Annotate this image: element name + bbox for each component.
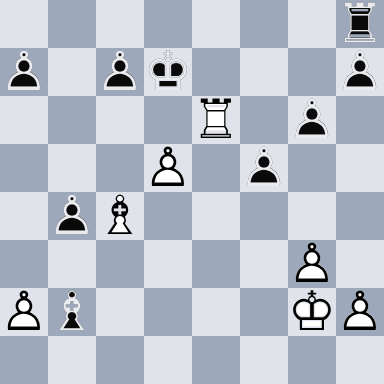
black-pawn-on-c7[interactable]: ♟♙ [96, 48, 144, 96]
square-a6[interactable] [0, 96, 48, 144]
black-bishop-on-b2[interactable]: ♝♗ [48, 288, 96, 336]
square-e5[interactable] [192, 144, 240, 192]
square-e1[interactable] [192, 336, 240, 384]
black-pawn-outline: ♙ [0, 48, 48, 96]
square-g2[interactable]: ♚♔ [288, 288, 336, 336]
white-pawn-outline: ♙ [0, 288, 48, 336]
chessboard-container: ♜♖♟♙♟♙♚♔♟♙♜♖♟♙♟♙♟♙♟♙♝♗♟♙♟♙♝♗♚♔♟♙ [0, 0, 384, 384]
square-h2[interactable]: ♟♙ [336, 288, 384, 336]
white-rook-outline: ♖ [192, 96, 240, 144]
white-bishop-outline: ♗ [96, 192, 144, 240]
square-h5[interactable] [336, 144, 384, 192]
square-c4[interactable]: ♝♗ [96, 192, 144, 240]
square-f4[interactable] [240, 192, 288, 240]
square-g1[interactable] [288, 336, 336, 384]
square-c2[interactable] [96, 288, 144, 336]
black-pawn-on-h7[interactable]: ♟♙ [336, 48, 384, 96]
square-b2[interactable]: ♝♗ [48, 288, 96, 336]
square-b4[interactable]: ♟♙ [48, 192, 96, 240]
square-e8[interactable] [192, 0, 240, 48]
black-pawn-on-a7[interactable]: ♟♙ [0, 48, 48, 96]
white-pawn-outline: ♙ [144, 144, 192, 192]
square-b8[interactable] [48, 0, 96, 48]
square-f2[interactable] [240, 288, 288, 336]
square-e3[interactable] [192, 240, 240, 288]
square-f1[interactable] [240, 336, 288, 384]
black-pawn-on-g6[interactable]: ♟♙ [288, 96, 336, 144]
black-bishop-outline: ♗ [48, 288, 96, 336]
white-king-on-g2[interactable]: ♚♔ [288, 288, 336, 336]
square-a1[interactable] [0, 336, 48, 384]
square-d1[interactable] [144, 336, 192, 384]
black-pawn-outline: ♙ [240, 144, 288, 192]
black-king-outline: ♔ [144, 48, 192, 96]
square-b1[interactable] [48, 336, 96, 384]
square-c1[interactable] [96, 336, 144, 384]
square-b6[interactable] [48, 96, 96, 144]
square-b7[interactable] [48, 48, 96, 96]
square-e6[interactable]: ♜♖ [192, 96, 240, 144]
chess-board: ♜♖♟♙♟♙♚♔♟♙♜♖♟♙♟♙♟♙♟♙♝♗♟♙♟♙♝♗♚♔♟♙ [0, 0, 384, 384]
square-f8[interactable] [240, 0, 288, 48]
square-d4[interactable] [144, 192, 192, 240]
square-e2[interactable] [192, 288, 240, 336]
square-d2[interactable] [144, 288, 192, 336]
square-d7[interactable]: ♚♔ [144, 48, 192, 96]
square-f5[interactable]: ♟♙ [240, 144, 288, 192]
black-pawn-on-b4[interactable]: ♟♙ [48, 192, 96, 240]
square-g6[interactable]: ♟♙ [288, 96, 336, 144]
square-h4[interactable] [336, 192, 384, 240]
white-bishop-on-c4[interactable]: ♝♗ [96, 192, 144, 240]
square-a2[interactable]: ♟♙ [0, 288, 48, 336]
black-pawn-outline: ♙ [336, 48, 384, 96]
square-g8[interactable] [288, 0, 336, 48]
square-h1[interactable] [336, 336, 384, 384]
square-c3[interactable] [96, 240, 144, 288]
white-king-outline: ♔ [288, 288, 336, 336]
square-c7[interactable]: ♟♙ [96, 48, 144, 96]
white-rook-on-e6[interactable]: ♜♖ [192, 96, 240, 144]
square-e4[interactable] [192, 192, 240, 240]
white-pawn-outline: ♙ [336, 288, 384, 336]
white-pawn-on-d5[interactable]: ♟♙ [144, 144, 192, 192]
square-g5[interactable] [288, 144, 336, 192]
square-f7[interactable] [240, 48, 288, 96]
white-pawn-on-h2[interactable]: ♟♙ [336, 288, 384, 336]
black-pawn-on-f5[interactable]: ♟♙ [240, 144, 288, 192]
black-king-on-d7[interactable]: ♚♔ [144, 48, 192, 96]
square-d5[interactable]: ♟♙ [144, 144, 192, 192]
square-a5[interactable] [0, 144, 48, 192]
square-d3[interactable] [144, 240, 192, 288]
square-h6[interactable] [336, 96, 384, 144]
white-pawn-on-a2[interactable]: ♟♙ [0, 288, 48, 336]
square-c6[interactable] [96, 96, 144, 144]
black-pawn-outline: ♙ [96, 48, 144, 96]
black-pawn-outline: ♙ [48, 192, 96, 240]
square-a4[interactable] [0, 192, 48, 240]
square-f3[interactable] [240, 240, 288, 288]
black-pawn-outline: ♙ [288, 96, 336, 144]
square-a7[interactable]: ♟♙ [0, 48, 48, 96]
square-h7[interactable]: ♟♙ [336, 48, 384, 96]
